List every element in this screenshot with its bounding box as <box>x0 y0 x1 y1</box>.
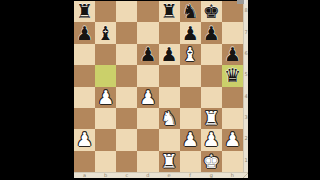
square-g1[interactable]: ♚ <box>201 151 222 172</box>
black-pawn-g7[interactable]: ♟ <box>203 22 220 43</box>
black-rook-e8[interactable]: ♜ <box>161 1 178 22</box>
file-label-d: d <box>137 173 158 178</box>
square-e3[interactable]: ♞ <box>159 108 180 129</box>
white-bishop-f6[interactable]: ♝ <box>182 44 199 65</box>
square-g4[interactable] <box>201 87 222 108</box>
square-e1[interactable]: ♜ <box>159 151 180 172</box>
white-pawn-f2[interactable]: ♟ <box>182 129 199 150</box>
black-pawn-d6[interactable]: ♟ <box>139 44 156 65</box>
resize-grip-icon <box>243 173 248 178</box>
square-c8[interactable] <box>116 1 137 22</box>
square-f1[interactable] <box>180 151 201 172</box>
rank-label-4: 4 <box>244 86 248 107</box>
rank-label-1: 1 <box>244 150 248 171</box>
square-b8[interactable] <box>95 1 116 22</box>
square-e4[interactable] <box>159 87 180 108</box>
square-h3[interactable] <box>222 108 243 129</box>
white-knight-e3[interactable]: ♞ <box>161 108 178 129</box>
square-h7[interactable] <box>222 22 243 43</box>
square-g5[interactable] <box>201 65 222 86</box>
file-coordinates: abcdefgh <box>74 172 248 178</box>
square-d6[interactable]: ♟ <box>137 44 158 65</box>
square-h2[interactable]: ♟ <box>222 129 243 150</box>
white-pawn-b4[interactable]: ♟ <box>97 87 114 108</box>
square-b1[interactable] <box>95 151 116 172</box>
square-c2[interactable] <box>116 129 137 150</box>
square-c1[interactable] <box>116 151 137 172</box>
square-d1[interactable] <box>137 151 158 172</box>
rank-label-6: 6 <box>244 43 248 64</box>
board: ♜♜♞♚♟♝♟♟♟♟♝♟♛♟♟♞♜♟♟♟♟♜♚ <box>74 1 243 172</box>
file-label-c: c <box>116 173 137 178</box>
square-a7[interactable]: ♟ <box>74 22 95 43</box>
square-c3[interactable] <box>116 108 137 129</box>
square-d4[interactable]: ♟ <box>137 87 158 108</box>
square-h4[interactable] <box>222 87 243 108</box>
black-pawn-a7[interactable]: ♟ <box>76 22 93 43</box>
black-bishop-b7[interactable]: ♝ <box>97 22 114 43</box>
video-overlay-icon <box>237 0 246 4</box>
square-g8[interactable]: ♚ <box>201 1 222 22</box>
file-label-f: f <box>180 173 201 178</box>
square-h6[interactable]: ♟ <box>222 44 243 65</box>
rank-label-7: 7 <box>244 21 248 42</box>
square-f3[interactable] <box>180 108 201 129</box>
black-rook-a8[interactable]: ♜ <box>76 1 93 22</box>
square-b4[interactable]: ♟ <box>95 87 116 108</box>
square-a4[interactable] <box>74 87 95 108</box>
black-pawn-e6[interactable]: ♟ <box>161 44 178 65</box>
square-d3[interactable] <box>137 108 158 129</box>
square-f5[interactable] <box>180 65 201 86</box>
white-pawn-d4[interactable]: ♟ <box>139 87 156 108</box>
black-knight-f8[interactable]: ♞ <box>182 1 199 22</box>
square-g3[interactable]: ♜ <box>201 108 222 129</box>
file-label-h: h <box>222 173 243 178</box>
square-f8[interactable]: ♞ <box>180 1 201 22</box>
square-a3[interactable] <box>74 108 95 129</box>
square-c4[interactable] <box>116 87 137 108</box>
square-a2[interactable]: ♟ <box>74 129 95 150</box>
rank-label-3: 3 <box>244 107 248 128</box>
square-c5[interactable] <box>116 65 137 86</box>
file-label-g: g <box>201 173 222 178</box>
square-c7[interactable] <box>116 22 137 43</box>
square-a8[interactable]: ♜ <box>74 1 95 22</box>
file-label-a: a <box>74 173 95 178</box>
white-pawn-a2[interactable]: ♟ <box>76 129 93 150</box>
square-a5[interactable] <box>74 65 95 86</box>
square-g6[interactable] <box>201 44 222 65</box>
white-rook-e1[interactable]: ♜ <box>161 151 178 172</box>
square-f7[interactable]: ♟ <box>180 22 201 43</box>
square-c6[interactable] <box>116 44 137 65</box>
white-pawn-h2[interactable]: ♟ <box>224 129 241 150</box>
square-a1[interactable] <box>74 151 95 172</box>
square-b3[interactable] <box>95 108 116 129</box>
rank-label-2: 2 <box>244 128 248 149</box>
rank-label-5: 5 <box>244 64 248 85</box>
square-h8[interactable] <box>222 1 243 22</box>
square-f2[interactable]: ♟ <box>180 129 201 150</box>
square-h1[interactable] <box>222 151 243 172</box>
white-pawn-g2[interactable]: ♟ <box>203 129 220 150</box>
square-g2[interactable]: ♟ <box>201 129 222 150</box>
square-f4[interactable] <box>180 87 201 108</box>
square-h5[interactable]: ♛ <box>222 65 243 86</box>
square-b6[interactable] <box>95 44 116 65</box>
square-d7[interactable] <box>137 22 158 43</box>
square-b2[interactable] <box>95 129 116 150</box>
black-king-g8[interactable]: ♚ <box>203 1 220 22</box>
video-frame: ♜♜♞♚♟♝♟♟♟♟♝♟♛♟♟♞♜♟♟♟♟♜♚ 87654321 abcdefg… <box>0 0 320 180</box>
black-queen-h5[interactable]: ♛ <box>224 65 241 86</box>
square-d2[interactable] <box>137 129 158 150</box>
square-e2[interactable] <box>159 129 180 150</box>
black-pawn-f7[interactable]: ♟ <box>182 22 199 43</box>
square-d8[interactable] <box>137 1 158 22</box>
square-e5[interactable] <box>159 65 180 86</box>
square-a6[interactable] <box>74 44 95 65</box>
white-king-g1[interactable]: ♚ <box>203 151 220 172</box>
square-e8[interactable]: ♜ <box>159 1 180 22</box>
square-f6[interactable]: ♝ <box>180 44 201 65</box>
white-rook-g3[interactable]: ♜ <box>203 108 220 129</box>
black-pawn-h6[interactable]: ♟ <box>224 44 241 65</box>
square-d5[interactable] <box>137 65 158 86</box>
file-label-b: b <box>95 173 116 178</box>
square-e7[interactable] <box>159 22 180 43</box>
file-label-e: e <box>159 173 180 178</box>
square-b5[interactable] <box>95 65 116 86</box>
square-e6[interactable]: ♟ <box>159 44 180 65</box>
square-b7[interactable]: ♝ <box>95 22 116 43</box>
rank-coordinates: 87654321 <box>243 0 248 172</box>
square-g7[interactable]: ♟ <box>201 22 222 43</box>
